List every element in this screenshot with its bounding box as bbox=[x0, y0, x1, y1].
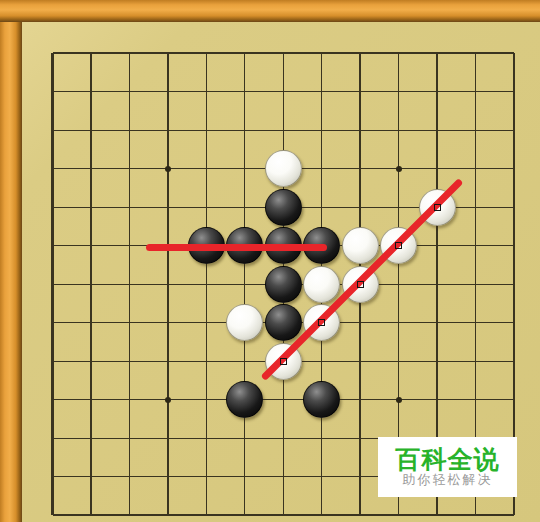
stone-white bbox=[226, 304, 263, 341]
stone-white bbox=[265, 150, 302, 187]
stone-white bbox=[303, 266, 340, 303]
gomoku-screenshot: 百科全说 助你轻松解决 bbox=[0, 0, 540, 522]
stone-black bbox=[265, 189, 302, 226]
grid-hline bbox=[53, 514, 514, 516]
stone-black bbox=[265, 304, 302, 341]
win-marker bbox=[280, 358, 287, 365]
board-frame-left bbox=[0, 0, 22, 522]
star-point bbox=[396, 166, 402, 172]
star-point bbox=[396, 397, 402, 403]
win-marker bbox=[434, 204, 441, 211]
watermark-subtitle: 助你轻松解决 bbox=[403, 473, 493, 487]
star-point bbox=[165, 397, 171, 403]
watermark-title: 百科全说 bbox=[396, 446, 500, 472]
grid-hline bbox=[53, 399, 514, 400]
win-marker bbox=[318, 319, 325, 326]
black-row-line bbox=[146, 244, 327, 251]
win-marker bbox=[357, 281, 364, 288]
win-marker bbox=[395, 242, 402, 249]
star-point bbox=[165, 166, 171, 172]
stone-black bbox=[226, 381, 263, 418]
stone-black bbox=[265, 266, 302, 303]
watermark-box: 百科全说 助你轻松解决 bbox=[378, 437, 517, 497]
board-frame-top bbox=[0, 0, 540, 22]
stone-white bbox=[342, 227, 379, 264]
stone-black bbox=[303, 381, 340, 418]
